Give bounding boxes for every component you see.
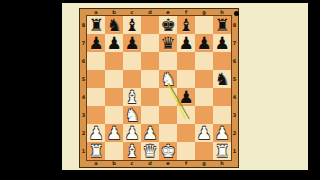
white-pawn[interactable]: ♟ xyxy=(196,124,211,142)
black-queen[interactable]: ♛ xyxy=(160,34,175,52)
black-to-move-indicator xyxy=(234,11,239,16)
coord-label-8: 8 xyxy=(80,16,87,34)
square-c6[interactable] xyxy=(123,52,141,70)
coord-label-4: 4 xyxy=(80,88,87,106)
square-c2[interactable]: ♟ xyxy=(123,124,141,142)
coord-label-e: e xyxy=(159,160,177,167)
square-a8[interactable]: ♜ xyxy=(87,16,105,34)
square-a6[interactable] xyxy=(87,52,105,70)
white-pawn[interactable]: ♟ xyxy=(106,124,121,142)
square-h4[interactable] xyxy=(213,88,231,106)
square-e1[interactable]: ♚ xyxy=(159,142,177,160)
coord-label-5: 5 xyxy=(80,70,87,88)
coord-label-8: 8 xyxy=(231,16,238,34)
rank-labels-left: 87654321 xyxy=(80,16,87,160)
black-pawn[interactable]: ♟ xyxy=(106,34,121,52)
white-queen[interactable]: ♛ xyxy=(142,142,157,160)
square-b1[interactable] xyxy=(105,142,123,160)
square-g5[interactable] xyxy=(195,70,213,88)
square-e7[interactable]: ♛ xyxy=(159,34,177,52)
square-g2[interactable]: ♟ xyxy=(195,124,213,142)
square-a1[interactable]: ♜ xyxy=(87,142,105,160)
coord-label-3: 3 xyxy=(80,106,87,124)
black-bishop[interactable]: ♝ xyxy=(124,16,139,34)
black-pawn[interactable]: ♟ xyxy=(214,34,229,52)
black-pawn[interactable]: ♟ xyxy=(178,34,193,52)
square-f7[interactable]: ♟ xyxy=(177,34,195,52)
square-d6[interactable] xyxy=(141,52,159,70)
square-f5[interactable] xyxy=(177,70,195,88)
coord-label-6: 6 xyxy=(80,52,87,70)
square-g4[interactable] xyxy=(195,88,213,106)
black-pawn[interactable]: ♟ xyxy=(178,88,193,106)
square-b3[interactable] xyxy=(105,106,123,124)
square-e3[interactable] xyxy=(159,106,177,124)
square-e2[interactable] xyxy=(159,124,177,142)
black-pawn[interactable]: ♟ xyxy=(196,34,211,52)
white-king[interactable]: ♚ xyxy=(160,142,175,160)
square-f2[interactable] xyxy=(177,124,195,142)
coord-label-b: b xyxy=(105,160,123,167)
chess-board: abcdefgh abcdefgh 87654321 87654321 ♜♞♝♚… xyxy=(79,8,239,168)
coord-label-1: 1 xyxy=(80,142,87,160)
square-c1[interactable]: ♝ xyxy=(123,142,141,160)
board-squares: ♜♞♝♚♝♜♟♟♟♛♟♟♟♞♞♝♟♞♟♟♟♟♟♟♜♝♛♚♜ xyxy=(87,16,231,160)
square-c7[interactable]: ♟ xyxy=(123,34,141,52)
square-c5[interactable] xyxy=(123,70,141,88)
square-f6[interactable] xyxy=(177,52,195,70)
white-pawn[interactable]: ♟ xyxy=(142,124,157,142)
square-h8[interactable]: ♜ xyxy=(213,16,231,34)
black-bishop[interactable]: ♝ xyxy=(178,16,193,34)
white-pawn[interactable]: ♟ xyxy=(124,124,139,142)
coord-label-a: a xyxy=(87,160,105,167)
coord-label-3: 3 xyxy=(231,106,238,124)
black-knight[interactable]: ♞ xyxy=(106,16,121,34)
video-frame: abcdefgh abcdefgh 87654321 87654321 ♜♞♝♚… xyxy=(0,0,320,180)
square-g6[interactable] xyxy=(195,52,213,70)
white-knight[interactable]: ♞ xyxy=(160,70,175,88)
square-b5[interactable] xyxy=(105,70,123,88)
square-c4[interactable]: ♝ xyxy=(123,88,141,106)
coord-label-g: g xyxy=(195,160,213,167)
square-b2[interactable]: ♟ xyxy=(105,124,123,142)
square-e6[interactable] xyxy=(159,52,177,70)
white-rook[interactable]: ♜ xyxy=(214,142,229,160)
file-labels-bottom: abcdefgh xyxy=(87,160,231,167)
square-f8[interactable]: ♝ xyxy=(177,16,195,34)
square-e5[interactable]: ♞ xyxy=(159,70,177,88)
square-h6[interactable] xyxy=(213,52,231,70)
square-b8[interactable]: ♞ xyxy=(105,16,123,34)
square-f1[interactable] xyxy=(177,142,195,160)
square-g1[interactable] xyxy=(195,142,213,160)
square-f3[interactable] xyxy=(177,106,195,124)
square-c3[interactable]: ♞ xyxy=(123,106,141,124)
square-c8[interactable]: ♝ xyxy=(123,16,141,34)
coord-label-5: 5 xyxy=(231,70,238,88)
white-rook[interactable]: ♜ xyxy=(88,142,103,160)
square-h1[interactable]: ♜ xyxy=(213,142,231,160)
square-g3[interactable] xyxy=(195,106,213,124)
coord-label-2: 2 xyxy=(231,124,238,142)
square-d8[interactable] xyxy=(141,16,159,34)
coord-label-h: h xyxy=(213,160,231,167)
square-b6[interactable] xyxy=(105,52,123,70)
white-knight[interactable]: ♞ xyxy=(124,106,139,124)
square-h7[interactable]: ♟ xyxy=(213,34,231,52)
black-knight[interactable]: ♞ xyxy=(214,70,229,88)
coord-label-2: 2 xyxy=(80,124,87,142)
coord-label-1: 1 xyxy=(231,142,238,160)
white-pawn[interactable]: ♟ xyxy=(214,124,229,142)
square-h2[interactable]: ♟ xyxy=(213,124,231,142)
square-b7[interactable]: ♟ xyxy=(105,34,123,52)
square-f4[interactable]: ♟ xyxy=(177,88,195,106)
white-pawn[interactable]: ♟ xyxy=(88,124,103,142)
coord-label-c: c xyxy=(123,160,141,167)
square-d2[interactable]: ♟ xyxy=(141,124,159,142)
coord-label-d: d xyxy=(141,160,159,167)
square-e4[interactable] xyxy=(159,88,177,106)
square-a7[interactable]: ♟ xyxy=(87,34,105,52)
square-d3[interactable] xyxy=(141,106,159,124)
coord-label-4: 4 xyxy=(231,88,238,106)
black-rook[interactable]: ♜ xyxy=(88,16,103,34)
square-h5[interactable]: ♞ xyxy=(213,70,231,88)
square-d4[interactable] xyxy=(141,88,159,106)
coord-label-d: d xyxy=(141,9,159,16)
white-bishop[interactable]: ♝ xyxy=(124,88,139,106)
rank-labels-right: 87654321 xyxy=(231,16,238,160)
black-king[interactable]: ♚ xyxy=(160,16,175,34)
coord-label-7: 7 xyxy=(231,34,238,52)
square-d5[interactable] xyxy=(141,70,159,88)
square-e8[interactable]: ♚ xyxy=(159,16,177,34)
white-bishop[interactable]: ♝ xyxy=(124,142,139,160)
black-pawn[interactable]: ♟ xyxy=(124,34,139,52)
square-g7[interactable]: ♟ xyxy=(195,34,213,52)
square-d7[interactable] xyxy=(141,34,159,52)
square-g8[interactable] xyxy=(195,16,213,34)
coord-label-6: 6 xyxy=(231,52,238,70)
square-d1[interactable]: ♛ xyxy=(141,142,159,160)
coord-label-f: f xyxy=(177,160,195,167)
black-pawn[interactable]: ♟ xyxy=(88,34,103,52)
black-rook[interactable]: ♜ xyxy=(214,16,229,34)
square-a4[interactable] xyxy=(87,88,105,106)
square-h3[interactable] xyxy=(213,106,231,124)
coord-label-7: 7 xyxy=(80,34,87,52)
square-a3[interactable] xyxy=(87,106,105,124)
square-a5[interactable] xyxy=(87,70,105,88)
square-b4[interactable] xyxy=(105,88,123,106)
coord-label-g: g xyxy=(195,9,213,16)
square-a2[interactable]: ♟ xyxy=(87,124,105,142)
